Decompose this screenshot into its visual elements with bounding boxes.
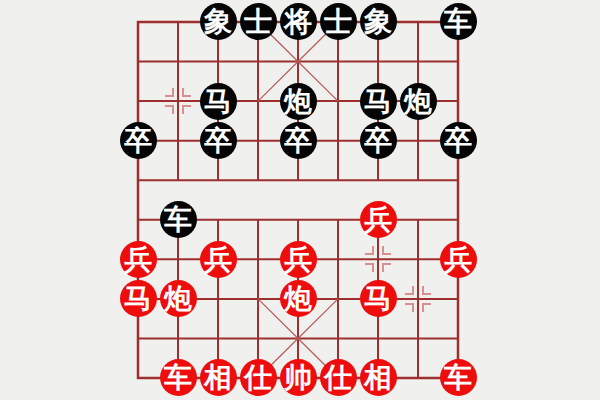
piece-black-elephant[interactable]: 象 <box>360 3 397 40</box>
board-point-8-9[interactable]: 车 <box>438 358 478 398</box>
xiangqi-board-screen: 象士将士象车马炮马炮卒卒卒卒卒车兵兵兵兵兵马炮炮马车相仕帅仕相车 <box>0 0 600 400</box>
board-point-4-2[interactable]: 炮 <box>278 81 318 121</box>
board-point-2-5 <box>198 200 238 240</box>
board-point-0-1 <box>118 42 158 82</box>
piece-red-chariot[interactable]: 车 <box>160 359 197 396</box>
board-point-2-1 <box>198 42 238 82</box>
board-point-8-5 <box>438 200 478 240</box>
board-point-4-1 <box>278 42 318 82</box>
xiangqi-board: 象士将士象车马炮马炮卒卒卒卒卒车兵兵兵兵兵马炮炮马车相仕帅仕相车 <box>118 2 478 397</box>
piece-red-chariot[interactable]: 车 <box>440 359 477 396</box>
board-point-2-6[interactable]: 兵 <box>198 239 238 279</box>
board-point-8-1 <box>438 42 478 82</box>
piece-red-pawn[interactable]: 兵 <box>200 241 237 278</box>
board-point-5-3 <box>318 121 358 161</box>
piece-red-general[interactable]: 帅 <box>280 359 317 396</box>
point-marker <box>165 88 191 114</box>
board-point-6-3[interactable]: 卒 <box>358 121 398 161</box>
piece-black-pawn[interactable]: 卒 <box>120 122 157 159</box>
piece-black-pawn[interactable]: 卒 <box>200 122 237 159</box>
board-point-1-8 <box>158 319 198 359</box>
board-point-0-3[interactable]: 卒 <box>118 121 158 161</box>
point-marker <box>365 246 391 272</box>
piece-red-pawn[interactable]: 兵 <box>120 241 157 278</box>
piece-red-advisor[interactable]: 仕 <box>240 359 277 396</box>
board-point-2-7 <box>198 279 238 319</box>
board-point-1-4 <box>158 160 198 200</box>
piece-black-pawn[interactable]: 卒 <box>360 122 397 159</box>
board-point-8-3[interactable]: 卒 <box>438 121 478 161</box>
board-point-3-4 <box>238 160 278 200</box>
board-point-3-9[interactable]: 仕 <box>238 358 278 398</box>
piece-black-general[interactable]: 将 <box>280 3 317 40</box>
board-point-7-3 <box>398 121 438 161</box>
piece-black-advisor[interactable]: 士 <box>240 3 277 40</box>
board-point-0-7[interactable]: 马 <box>118 279 158 319</box>
board-point-3-0[interactable]: 士 <box>238 2 278 42</box>
board-point-7-0 <box>398 2 438 42</box>
board-point-4-6[interactable]: 兵 <box>278 239 318 279</box>
board-point-3-3 <box>238 121 278 161</box>
board-point-4-5 <box>278 200 318 240</box>
board-point-8-0[interactable]: 车 <box>438 2 478 42</box>
board-point-6-4 <box>358 160 398 200</box>
board-point-6-6 <box>358 239 398 279</box>
piece-red-elephant[interactable]: 相 <box>360 359 397 396</box>
board-point-0-4 <box>118 160 158 200</box>
board-point-7-8 <box>398 319 438 359</box>
board-point-4-3[interactable]: 卒 <box>278 121 318 161</box>
piece-red-horse[interactable]: 马 <box>120 280 157 317</box>
board-point-2-3[interactable]: 卒 <box>198 121 238 161</box>
piece-black-chariot[interactable]: 车 <box>160 201 197 238</box>
board-point-1-6 <box>158 239 198 279</box>
board-point-8-4 <box>438 160 478 200</box>
board-point-7-1 <box>398 42 438 82</box>
board-point-3-8 <box>238 319 278 359</box>
board-point-8-8 <box>438 319 478 359</box>
piece-red-cannon[interactable]: 炮 <box>160 280 197 317</box>
board-point-2-9[interactable]: 相 <box>198 358 238 398</box>
board-point-1-3 <box>158 121 198 161</box>
piece-red-pawn[interactable]: 兵 <box>440 241 477 278</box>
piece-black-horse[interactable]: 马 <box>200 83 237 120</box>
piece-black-advisor[interactable]: 士 <box>320 3 357 40</box>
piece-red-cannon[interactable]: 炮 <box>280 280 317 317</box>
board-point-0-8 <box>118 319 158 359</box>
board-point-5-9[interactable]: 仕 <box>318 358 358 398</box>
board-point-0-6[interactable]: 兵 <box>118 239 158 279</box>
board-point-5-2 <box>318 81 358 121</box>
piece-black-cannon[interactable]: 炮 <box>280 83 317 120</box>
board-point-6-8 <box>358 319 398 359</box>
board-point-3-7 <box>238 279 278 319</box>
board-point-7-7 <box>398 279 438 319</box>
board-point-1-7[interactable]: 炮 <box>158 279 198 319</box>
piece-red-pawn[interactable]: 兵 <box>280 241 317 278</box>
board-point-7-4 <box>398 160 438 200</box>
piece-black-cannon[interactable]: 炮 <box>400 83 437 120</box>
board-point-6-5[interactable]: 兵 <box>358 200 398 240</box>
point-marker <box>405 286 431 312</box>
piece-red-pawn[interactable]: 兵 <box>360 201 397 238</box>
piece-red-advisor[interactable]: 仕 <box>320 359 357 396</box>
piece-red-horse[interactable]: 马 <box>360 280 397 317</box>
board-point-4-9[interactable]: 帅 <box>278 358 318 398</box>
board-point-0-0 <box>118 2 158 42</box>
board-point-7-6 <box>398 239 438 279</box>
board-point-5-6 <box>318 239 358 279</box>
board-point-2-8 <box>198 319 238 359</box>
board-point-6-1 <box>358 42 398 82</box>
board-point-0-9 <box>118 358 158 398</box>
board-point-5-8 <box>318 319 358 359</box>
board-point-1-0 <box>158 2 198 42</box>
board-point-7-9 <box>398 358 438 398</box>
board-point-2-2[interactable]: 马 <box>198 81 238 121</box>
board-point-1-2 <box>158 81 198 121</box>
board-point-0-2 <box>118 81 158 121</box>
piece-black-horse[interactable]: 马 <box>360 83 397 120</box>
board-point-5-1 <box>318 42 358 82</box>
piece-black-elephant[interactable]: 象 <box>200 3 237 40</box>
board-point-2-4 <box>198 160 238 200</box>
board-point-3-6 <box>238 239 278 279</box>
board-point-6-7[interactable]: 马 <box>358 279 398 319</box>
board-point-7-5 <box>398 200 438 240</box>
board-point-0-5 <box>118 200 158 240</box>
piece-black-pawn[interactable]: 卒 <box>440 122 477 159</box>
board-point-4-4 <box>278 160 318 200</box>
board-point-3-5 <box>238 200 278 240</box>
piece-black-chariot[interactable]: 车 <box>440 3 477 40</box>
board-point-7-2[interactable]: 炮 <box>398 81 438 121</box>
board-point-3-2 <box>238 81 278 121</box>
board-point-8-2 <box>438 81 478 121</box>
board-point-4-0[interactable]: 将 <box>278 2 318 42</box>
piece-red-elephant[interactable]: 相 <box>200 359 237 396</box>
board-point-5-5 <box>318 200 358 240</box>
board-point-3-1 <box>238 42 278 82</box>
board-point-1-1 <box>158 42 198 82</box>
board-point-8-7 <box>438 279 478 319</box>
board-point-6-9[interactable]: 相 <box>358 358 398 398</box>
piece-black-pawn[interactable]: 卒 <box>280 122 317 159</box>
board-point-5-4 <box>318 160 358 200</box>
board-point-1-9[interactable]: 车 <box>158 358 198 398</box>
board-point-2-0[interactable]: 象 <box>198 2 238 42</box>
board-point-4-7[interactable]: 炮 <box>278 279 318 319</box>
board-point-5-7 <box>318 279 358 319</box>
board-point-6-2[interactable]: 马 <box>358 81 398 121</box>
board-point-5-0[interactable]: 士 <box>318 2 358 42</box>
board-point-4-8 <box>278 319 318 359</box>
board-point-1-5[interactable]: 车 <box>158 200 198 240</box>
board-point-6-0[interactable]: 象 <box>358 2 398 42</box>
board-point-8-6[interactable]: 兵 <box>438 239 478 279</box>
